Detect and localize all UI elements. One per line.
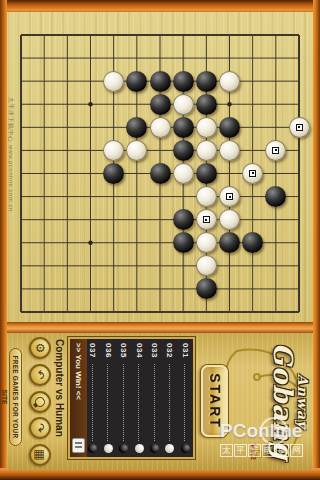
- wood-frame-left: [0, 0, 7, 480]
- move-stone-black: [119, 444, 128, 453]
- move-row: 032: [162, 339, 177, 457]
- move-number: 033: [150, 343, 159, 361]
- move-number: 034: [135, 343, 144, 361]
- white-stone: [196, 117, 217, 138]
- white-stone: [219, 209, 240, 230]
- move-number: 036: [104, 343, 113, 361]
- white-stone: [289, 117, 310, 138]
- dotted-leader: [92, 364, 94, 441]
- move-rows: 031032033034035036037: [85, 339, 193, 457]
- watermark-cn-boxes: 太平洋电脑网: [220, 444, 320, 457]
- dotted-leader: [184, 364, 186, 441]
- move-row: 036: [101, 339, 116, 457]
- dotted-leader: [154, 364, 156, 441]
- black-stone: [173, 232, 194, 253]
- black-stone: [219, 117, 240, 138]
- winning-stone-marker: [272, 147, 279, 154]
- gobang-board[interactable]: [7, 12, 313, 322]
- registered-mark: ®: [302, 423, 308, 432]
- black-stone: [196, 163, 217, 184]
- move-stone-black: [88, 444, 97, 453]
- white-stone: [196, 232, 217, 253]
- white-stone: [242, 163, 263, 184]
- dotted-leader: [107, 364, 109, 441]
- redo-icon[interactable]: ↷: [29, 417, 51, 439]
- side-watermark: 太平洋下载中心 www.pconline.com.cn: [6, 97, 15, 212]
- move-stone-black: [150, 444, 159, 453]
- cn-char-box: 洋: [248, 444, 261, 457]
- white-stone: [103, 140, 124, 161]
- cn-char-box: 电: [262, 444, 275, 457]
- move-row: 037: [85, 339, 100, 457]
- wood-frame-top: [0, 0, 320, 12]
- move-row: 034: [131, 339, 146, 457]
- move-number: 035: [119, 343, 128, 361]
- dotted-leader: [138, 364, 140, 441]
- move-number: 032: [165, 343, 174, 361]
- star-point: [88, 241, 92, 245]
- watermark-brand: PConline: [220, 420, 302, 441]
- move-stone-white: [104, 444, 113, 453]
- black-stone: [173, 140, 194, 161]
- black-stone: [150, 94, 171, 115]
- winning-stone-marker: [296, 124, 303, 131]
- cn-char-box: 网: [290, 444, 303, 457]
- move-row: 033: [147, 339, 162, 457]
- white-stone: [150, 117, 171, 138]
- more-games-grid-icon[interactable]: ▦: [29, 444, 51, 466]
- black-stone: [196, 71, 217, 92]
- white-stone: [103, 71, 124, 92]
- move-number: 031: [181, 343, 190, 361]
- black-stone: [150, 163, 171, 184]
- white-stone: [196, 186, 217, 207]
- winning-stone-marker: [226, 193, 233, 200]
- dotted-leader: [123, 364, 125, 441]
- white-stone: [173, 94, 194, 115]
- pconline-watermark: PConline® 太平洋电脑网: [220, 420, 320, 457]
- move-list[interactable]: 031032033034035036037 >> You Win! <<: [68, 337, 195, 459]
- hint-bulb-icon[interactable]: [29, 391, 51, 413]
- move-row: 035: [116, 339, 131, 457]
- undo-icon[interactable]: ↶: [29, 364, 51, 386]
- star-point: [227, 102, 231, 106]
- winning-stone-marker: [203, 216, 210, 223]
- black-stone: [126, 71, 147, 92]
- mode-label: Computer vs Human: [54, 339, 65, 437]
- dotted-leader: [169, 364, 171, 441]
- move-stone-black: [181, 444, 190, 453]
- free-games-banner[interactable]: FREE GAMES FOR YOUR SITE: [9, 348, 22, 446]
- scroll-grip[interactable]: [72, 438, 85, 453]
- move-number: 037: [88, 343, 97, 361]
- white-stone: [173, 163, 194, 184]
- winning-stone-marker: [249, 170, 256, 177]
- white-stone: [219, 71, 240, 92]
- cn-char-box: 脑: [276, 444, 289, 457]
- black-stone: [173, 209, 194, 230]
- black-stone: [173, 71, 194, 92]
- settings-gear-icon[interactable]: ⚙: [29, 337, 51, 359]
- move-stone-white: [165, 444, 174, 453]
- white-stone: [196, 209, 217, 230]
- black-stone: [173, 117, 194, 138]
- white-stone: [196, 140, 217, 161]
- move-row: 031: [178, 339, 193, 457]
- cn-char-box: 太: [220, 444, 233, 457]
- black-stone: [196, 94, 217, 115]
- black-stone: [103, 163, 124, 184]
- white-stone: [219, 186, 240, 207]
- black-stone: [150, 71, 171, 92]
- cn-char-box: 平: [234, 444, 247, 457]
- wood-frame-right: [313, 0, 320, 480]
- bulb-shape: [33, 395, 47, 409]
- move-stone-white: [135, 444, 144, 453]
- star-point: [88, 102, 92, 106]
- status-strip: >> You Win! <<: [70, 339, 87, 457]
- white-stone: [219, 140, 240, 161]
- toolbar-icons: ⚙↶↷▦: [29, 335, 51, 468]
- wood-divider: [7, 322, 313, 333]
- status-text: >> You Win! <<: [74, 343, 83, 400]
